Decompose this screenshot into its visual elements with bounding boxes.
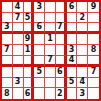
cell-r3c2-empty[interactable]: [13, 23, 24, 34]
cell-r7c1-empty[interactable]: [2, 67, 13, 78]
cell-r4c8-empty[interactable]: [77, 34, 88, 45]
cell-r7c2-empty[interactable]: [13, 67, 24, 78]
cell-r8c1-empty[interactable]: [2, 78, 13, 89]
cell-r6c4-empty[interactable]: [34, 56, 45, 67]
cell-r6c7-given[interactable]: 4: [67, 56, 78, 67]
cell-r6c2-empty[interactable]: [13, 56, 24, 67]
cell-r6c3-empty[interactable]: [24, 56, 35, 67]
cell-r2c7-empty[interactable]: [67, 13, 78, 24]
cell-r8c8-given[interactable]: 4: [77, 78, 88, 89]
cell-r1c8-empty[interactable]: [77, 2, 88, 13]
cell-r9c3-given[interactable]: 6: [24, 88, 35, 99]
cell-r3c8-empty[interactable]: [77, 23, 88, 34]
cell-r5c1-given[interactable]: 7: [2, 45, 13, 56]
cell-r4c9-empty[interactable]: [88, 34, 99, 45]
cell-r8c9-empty[interactable]: [88, 78, 99, 89]
cell-r8c2-given[interactable]: 3: [13, 78, 24, 89]
cell-r3c5-empty[interactable]: [45, 23, 56, 34]
cell-r4c7-empty[interactable]: [67, 34, 78, 45]
sudoku-board: 4369752367917138745673548623: [0, 0, 101, 101]
cell-r3c3-empty[interactable]: [24, 23, 35, 34]
cell-r6c9-empty[interactable]: [88, 56, 99, 67]
cell-r1c3-empty[interactable]: [24, 2, 35, 13]
cell-r3c6-given[interactable]: 7: [56, 23, 67, 34]
cell-r8c7-given[interactable]: 5: [67, 78, 78, 89]
cell-r9c7-empty[interactable]: [67, 88, 78, 99]
cell-r5c2-empty[interactable]: [13, 45, 24, 56]
cell-r7c3-empty[interactable]: [24, 67, 35, 78]
cell-r9c6-given[interactable]: 2: [56, 88, 67, 99]
cell-r9c5-empty[interactable]: [45, 88, 56, 99]
cell-r5c6-empty[interactable]: [56, 45, 67, 56]
cell-r4c3-given[interactable]: 9: [24, 34, 35, 45]
cell-r4c1-empty[interactable]: [2, 34, 13, 45]
cell-r3c9-empty[interactable]: [88, 23, 99, 34]
cell-r7c9-given[interactable]: 7: [88, 67, 99, 78]
cell-r4c4-empty[interactable]: [34, 34, 45, 45]
cell-r7c6-given[interactable]: 6: [56, 67, 67, 78]
cell-r3c4-given[interactable]: 6: [34, 23, 45, 34]
cell-r6c8-empty[interactable]: [77, 56, 88, 67]
cell-r8c5-empty[interactable]: [45, 78, 56, 89]
cell-r2c5-empty[interactable]: [45, 13, 56, 24]
cell-r1c4-given[interactable]: 3: [34, 2, 45, 13]
cell-r9c1-given[interactable]: 8: [2, 88, 13, 99]
cell-r1c6-empty[interactable]: [56, 2, 67, 13]
cell-r6c5-given[interactable]: 7: [45, 56, 56, 67]
cell-r2c2-given[interactable]: 7: [13, 13, 24, 24]
cell-r1c5-empty[interactable]: [45, 2, 56, 13]
cell-r2c3-given[interactable]: 5: [24, 13, 35, 24]
cell-r5c3-given[interactable]: 1: [24, 45, 35, 56]
cell-r8c4-empty[interactable]: [34, 78, 45, 89]
cell-r1c1-empty[interactable]: [2, 2, 13, 13]
cell-r2c9-empty[interactable]: [88, 13, 99, 24]
cell-r3c1-given[interactable]: 3: [2, 23, 13, 34]
cell-r5c4-empty[interactable]: [34, 45, 45, 56]
cell-r6c1-empty[interactable]: [2, 56, 13, 67]
cell-r3c7-empty[interactable]: [67, 23, 78, 34]
cell-r6c6-empty[interactable]: [56, 56, 67, 67]
cell-r7c4-given[interactable]: 5: [34, 67, 45, 78]
cell-r9c9-empty[interactable]: [88, 88, 99, 99]
cell-r8c6-empty[interactable]: [56, 78, 67, 89]
cell-r9c4-empty[interactable]: [34, 88, 45, 99]
cell-r8c3-empty[interactable]: [24, 78, 35, 89]
cell-r9c8-given[interactable]: 3: [77, 88, 88, 99]
cell-r9c2-empty[interactable]: [13, 88, 24, 99]
cell-r7c8-empty[interactable]: [77, 67, 88, 78]
cell-r1c2-given[interactable]: 4: [13, 2, 24, 13]
cell-r1c7-given[interactable]: 6: [67, 2, 78, 13]
cell-r7c5-empty[interactable]: [45, 67, 56, 78]
cell-r4c2-empty[interactable]: [13, 34, 24, 45]
cell-r5c8-empty[interactable]: [77, 45, 88, 56]
cell-r1c9-given[interactable]: 9: [88, 2, 99, 13]
cell-r2c8-given[interactable]: 2: [77, 13, 88, 24]
cell-r4c6-empty[interactable]: [56, 34, 67, 45]
cell-r4c5-given[interactable]: 1: [45, 34, 56, 45]
cell-r5c9-given[interactable]: 8: [88, 45, 99, 56]
cell-r7c7-empty[interactable]: [67, 67, 78, 78]
